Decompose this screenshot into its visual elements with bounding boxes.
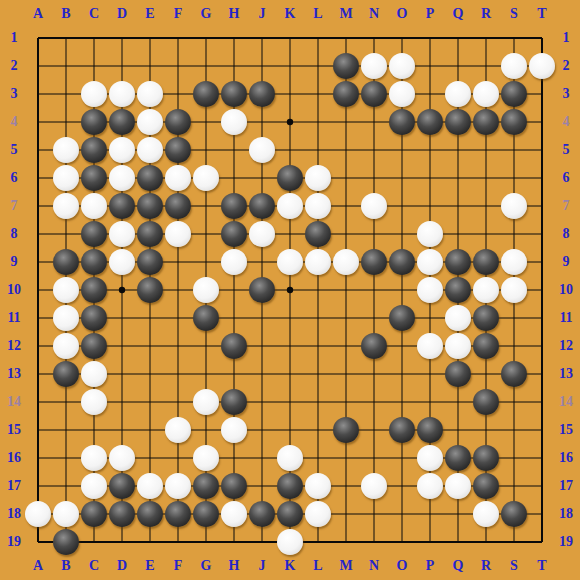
row-label-right-10: 10 [553, 282, 579, 298]
stone-white-F15 [165, 417, 191, 443]
col-label-bottom-A: A [25, 558, 51, 574]
row-label-right-16: 16 [553, 450, 579, 466]
stone-white-D16 [109, 445, 135, 471]
stone-white-B18 [53, 501, 79, 527]
stone-black-C11 [81, 305, 107, 331]
col-label-bottom-H: H [221, 558, 247, 574]
stone-black-J7 [249, 193, 275, 219]
stone-white-P16 [417, 445, 443, 471]
stone-white-E3 [137, 81, 163, 107]
star-point-K4 [287, 119, 293, 125]
col-label-top-F: F [165, 6, 191, 22]
stone-white-C13 [81, 361, 107, 387]
stone-white-R18 [473, 501, 499, 527]
stone-white-E4 [137, 109, 163, 135]
stone-white-P17 [417, 473, 443, 499]
stone-black-D17 [109, 473, 135, 499]
row-label-right-5: 5 [553, 142, 579, 158]
stone-black-R14 [473, 389, 499, 415]
stone-black-R11 [473, 305, 499, 331]
stone-black-P15 [417, 417, 443, 443]
stone-white-P12 [417, 333, 443, 359]
stone-white-B10 [53, 277, 79, 303]
col-label-bottom-M: M [333, 558, 359, 574]
row-label-right-18: 18 [553, 506, 579, 522]
stone-white-N2 [361, 53, 387, 79]
stone-black-N12 [361, 333, 387, 359]
col-label-bottom-D: D [109, 558, 135, 574]
stone-white-F6 [165, 165, 191, 191]
stone-white-J8 [249, 221, 275, 247]
row-label-right-9: 9 [553, 254, 579, 270]
col-label-top-R: R [473, 6, 499, 22]
stone-black-S4 [501, 109, 527, 135]
col-label-bottom-E: E [137, 558, 163, 574]
stone-white-D6 [109, 165, 135, 191]
row-label-left-14: 14 [1, 394, 27, 410]
stone-white-L17 [305, 473, 331, 499]
row-label-left-17: 17 [1, 478, 27, 494]
stone-black-Q13 [445, 361, 471, 387]
stone-white-C16 [81, 445, 107, 471]
stone-black-G3 [193, 81, 219, 107]
row-label-left-19: 19 [1, 534, 27, 550]
stone-white-M9 [333, 249, 359, 275]
row-label-left-10: 10 [1, 282, 27, 298]
col-label-top-L: L [305, 6, 331, 22]
stone-black-C12 [81, 333, 107, 359]
stone-white-Q12 [445, 333, 471, 359]
stone-black-J3 [249, 81, 275, 107]
stone-white-C7 [81, 193, 107, 219]
stone-white-D3 [109, 81, 135, 107]
star-point-D10 [119, 287, 125, 293]
stone-white-R10 [473, 277, 499, 303]
star-point-K10 [287, 287, 293, 293]
stone-black-H12 [221, 333, 247, 359]
stone-white-P8 [417, 221, 443, 247]
stone-white-C3 [81, 81, 107, 107]
row-label-left-12: 12 [1, 338, 27, 354]
stone-white-L7 [305, 193, 331, 219]
stone-black-H7 [221, 193, 247, 219]
stone-black-R17 [473, 473, 499, 499]
stone-white-B11 [53, 305, 79, 331]
col-label-top-Q: Q [445, 6, 471, 22]
stone-white-P10 [417, 277, 443, 303]
stone-white-K7 [277, 193, 303, 219]
col-label-top-J: J [249, 6, 275, 22]
stone-white-Q17 [445, 473, 471, 499]
row-label-left-4: 4 [1, 114, 27, 130]
row-label-left-1: 1 [1, 30, 27, 46]
col-label-bottom-K: K [277, 558, 303, 574]
col-label-top-B: B [53, 6, 79, 22]
row-label-right-2: 2 [553, 58, 579, 74]
stone-black-Q16 [445, 445, 471, 471]
stone-white-R3 [473, 81, 499, 107]
stone-white-S10 [501, 277, 527, 303]
stone-black-D4 [109, 109, 135, 135]
col-label-bottom-O: O [389, 558, 415, 574]
stone-black-C18 [81, 501, 107, 527]
col-label-bottom-Q: Q [445, 558, 471, 574]
row-label-left-7: 7 [1, 198, 27, 214]
stone-white-L9 [305, 249, 331, 275]
stone-black-E10 [137, 277, 163, 303]
stone-white-B7 [53, 193, 79, 219]
stone-black-K18 [277, 501, 303, 527]
row-label-left-5: 5 [1, 142, 27, 158]
stone-black-S3 [501, 81, 527, 107]
col-label-top-E: E [137, 6, 163, 22]
col-label-bottom-B: B [53, 558, 79, 574]
col-label-bottom-G: G [193, 558, 219, 574]
stone-white-D9 [109, 249, 135, 275]
stone-white-J5 [249, 137, 275, 163]
stone-white-C17 [81, 473, 107, 499]
col-label-top-P: P [417, 6, 443, 22]
stone-black-C6 [81, 165, 107, 191]
col-label-top-G: G [193, 6, 219, 22]
col-label-bottom-J: J [249, 558, 275, 574]
stone-white-N17 [361, 473, 387, 499]
stone-black-G11 [193, 305, 219, 331]
stone-black-K17 [277, 473, 303, 499]
stone-white-H15 [221, 417, 247, 443]
col-label-top-T: T [529, 6, 555, 22]
col-label-top-O: O [389, 6, 415, 22]
stone-black-S18 [501, 501, 527, 527]
stone-black-E8 [137, 221, 163, 247]
row-label-left-3: 3 [1, 86, 27, 102]
stone-white-E17 [137, 473, 163, 499]
stone-white-L6 [305, 165, 331, 191]
col-label-top-K: K [277, 6, 303, 22]
stone-black-B19 [53, 529, 79, 555]
stone-white-H18 [221, 501, 247, 527]
stone-black-R9 [473, 249, 499, 275]
row-label-left-6: 6 [1, 170, 27, 186]
stone-black-C4 [81, 109, 107, 135]
row-label-right-13: 13 [553, 366, 579, 382]
stone-white-O2 [389, 53, 415, 79]
row-label-left-2: 2 [1, 58, 27, 74]
stone-white-F8 [165, 221, 191, 247]
stone-white-P9 [417, 249, 443, 275]
stone-black-R16 [473, 445, 499, 471]
col-label-bottom-F: F [165, 558, 191, 574]
col-label-top-N: N [361, 6, 387, 22]
row-label-right-1: 1 [553, 30, 579, 46]
stone-black-C10 [81, 277, 107, 303]
row-label-left-13: 13 [1, 366, 27, 382]
col-label-top-A: A [25, 6, 51, 22]
row-label-right-11: 11 [553, 310, 579, 326]
col-label-bottom-N: N [361, 558, 387, 574]
stone-white-Q11 [445, 305, 471, 331]
col-label-bottom-P: P [417, 558, 443, 574]
row-label-right-6: 6 [553, 170, 579, 186]
stone-black-H14 [221, 389, 247, 415]
row-label-right-14: 14 [553, 394, 579, 410]
stone-black-O15 [389, 417, 415, 443]
stone-black-E9 [137, 249, 163, 275]
stone-white-O3 [389, 81, 415, 107]
stone-white-G14 [193, 389, 219, 415]
stone-black-Q4 [445, 109, 471, 135]
stone-black-R12 [473, 333, 499, 359]
col-label-top-M: M [333, 6, 359, 22]
col-label-bottom-R: R [473, 558, 499, 574]
stone-black-G17 [193, 473, 219, 499]
row-label-right-3: 3 [553, 86, 579, 102]
stone-black-O9 [389, 249, 415, 275]
stone-black-B13 [53, 361, 79, 387]
stone-white-K9 [277, 249, 303, 275]
stone-black-O11 [389, 305, 415, 331]
stone-black-C5 [81, 137, 107, 163]
stone-black-G18 [193, 501, 219, 527]
col-label-top-C: C [81, 6, 107, 22]
stone-black-F5 [165, 137, 191, 163]
stone-white-G6 [193, 165, 219, 191]
stone-white-Q3 [445, 81, 471, 107]
row-label-left-15: 15 [1, 422, 27, 438]
stone-black-P4 [417, 109, 443, 135]
col-label-top-H: H [221, 6, 247, 22]
stone-black-M15 [333, 417, 359, 443]
row-label-right-4: 4 [553, 114, 579, 130]
stone-white-F17 [165, 473, 191, 499]
stone-black-J10 [249, 277, 275, 303]
stone-white-E5 [137, 137, 163, 163]
row-label-right-15: 15 [553, 422, 579, 438]
stone-white-B12 [53, 333, 79, 359]
stone-black-H17 [221, 473, 247, 499]
stone-black-C9 [81, 249, 107, 275]
col-label-bottom-T: T [529, 558, 555, 574]
row-label-left-18: 18 [1, 506, 27, 522]
stone-black-B9 [53, 249, 79, 275]
row-label-right-19: 19 [553, 534, 579, 550]
stone-white-K16 [277, 445, 303, 471]
stone-black-E18 [137, 501, 163, 527]
row-label-right-12: 12 [553, 338, 579, 354]
row-label-right-8: 8 [553, 226, 579, 242]
stone-black-J18 [249, 501, 275, 527]
stone-black-H3 [221, 81, 247, 107]
stone-black-M3 [333, 81, 359, 107]
stone-white-H4 [221, 109, 247, 135]
stone-white-S7 [501, 193, 527, 219]
stone-black-F4 [165, 109, 191, 135]
stone-black-L8 [305, 221, 331, 247]
stone-black-F7 [165, 193, 191, 219]
stone-black-D18 [109, 501, 135, 527]
stone-white-D8 [109, 221, 135, 247]
stone-black-E6 [137, 165, 163, 191]
stone-white-S2 [501, 53, 527, 79]
stone-black-O4 [389, 109, 415, 135]
stone-white-D5 [109, 137, 135, 163]
stone-white-G16 [193, 445, 219, 471]
stone-black-F18 [165, 501, 191, 527]
stone-white-H9 [221, 249, 247, 275]
stone-black-M2 [333, 53, 359, 79]
stone-black-Q9 [445, 249, 471, 275]
stone-black-N9 [361, 249, 387, 275]
stone-white-T2 [529, 53, 555, 79]
stone-black-H8 [221, 221, 247, 247]
stone-black-N3 [361, 81, 387, 107]
row-label-right-7: 7 [553, 198, 579, 214]
col-label-bottom-C: C [81, 558, 107, 574]
col-label-top-S: S [501, 6, 527, 22]
stone-black-D7 [109, 193, 135, 219]
stone-white-C14 [81, 389, 107, 415]
go-board[interactable]: AABBCCDDEEFFGGHHJJKKLLMMNNOOPPQQRRSSTT11… [0, 0, 580, 580]
stone-black-Q10 [445, 277, 471, 303]
row-label-left-11: 11 [1, 310, 27, 326]
col-label-bottom-L: L [305, 558, 331, 574]
row-label-left-8: 8 [1, 226, 27, 242]
stone-white-B6 [53, 165, 79, 191]
stone-white-S9 [501, 249, 527, 275]
row-label-left-9: 9 [1, 254, 27, 270]
stone-black-C8 [81, 221, 107, 247]
stone-black-R4 [473, 109, 499, 135]
stone-white-N7 [361, 193, 387, 219]
stone-white-G10 [193, 277, 219, 303]
stone-black-S13 [501, 361, 527, 387]
stone-white-K19 [277, 529, 303, 555]
stone-black-K6 [277, 165, 303, 191]
col-label-bottom-S: S [501, 558, 527, 574]
stone-black-E7 [137, 193, 163, 219]
stone-white-B5 [53, 137, 79, 163]
row-label-left-16: 16 [1, 450, 27, 466]
stone-white-A18 [25, 501, 51, 527]
col-label-top-D: D [109, 6, 135, 22]
row-label-right-17: 17 [553, 478, 579, 494]
stone-white-L18 [305, 501, 331, 527]
